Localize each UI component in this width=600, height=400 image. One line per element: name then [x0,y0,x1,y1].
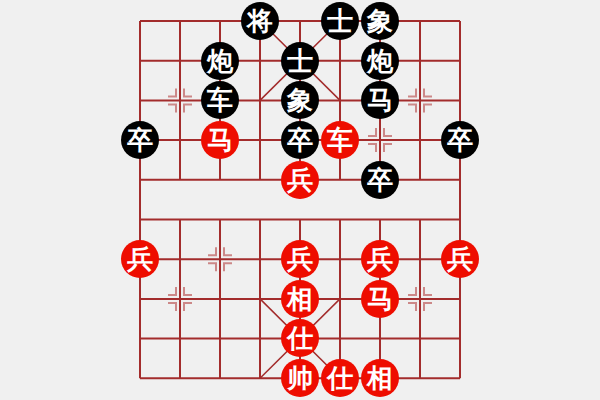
board-point: 马 [360,279,400,319]
board-point: 仕 [280,319,320,359]
black-cannon[interactable]: 炮 [201,42,239,80]
board-point: 炮 [200,41,240,81]
board-point: 象 [360,1,400,41]
xiangqi-app: 将士象炮士炮车象马卒马卒车卒兵卒兵兵兵兵相马仕帅仕相 [0,0,600,400]
black-soldier[interactable]: 卒 [121,121,159,159]
black-cannon[interactable]: 炮 [361,42,399,80]
board-point: 炮 [360,41,400,81]
black-soldier[interactable]: 卒 [361,161,399,199]
board-point: 兵 [360,239,400,279]
black-elephant[interactable]: 象 [361,2,399,40]
red-general[interactable]: 帅 [281,359,319,397]
board-point: 卒 [440,120,480,160]
board-point: 士 [320,1,360,41]
board-point: 车 [200,80,240,120]
black-advisor[interactable]: 士 [281,42,319,80]
xiangqi-board[interactable]: 将士象炮士炮车象马卒马卒车卒兵卒兵兵兵兵相马仕帅仕相 [120,1,480,398]
black-general[interactable]: 将 [241,2,279,40]
red-elephant[interactable]: 相 [361,359,399,397]
board-point: 卒 [360,160,400,200]
red-soldier[interactable]: 兵 [361,240,399,278]
board-point: 兵 [120,239,160,279]
board-point: 将 [240,1,280,41]
red-chariot[interactable]: 车 [321,121,359,159]
red-soldier[interactable]: 兵 [441,240,479,278]
red-horse[interactable]: 马 [361,280,399,318]
board-point: 卒 [280,120,320,160]
board-point: 兵 [280,239,320,279]
red-advisor[interactable]: 仕 [281,319,319,357]
board-point: 象 [280,80,320,120]
board-point: 兵 [440,239,480,279]
board-point: 卒 [120,120,160,160]
black-advisor[interactable]: 士 [321,2,359,40]
black-horse[interactable]: 马 [361,81,399,119]
board-point: 相 [360,358,400,398]
red-soldier[interactable]: 兵 [281,240,319,278]
red-soldier[interactable]: 兵 [281,161,319,199]
red-elephant[interactable]: 相 [281,280,319,318]
black-soldier[interactable]: 卒 [441,121,479,159]
board-point: 帅 [280,358,320,398]
red-soldier[interactable]: 兵 [121,240,159,278]
board-point: 车 [320,120,360,160]
black-elephant[interactable]: 象 [281,81,319,119]
board-point: 仕 [320,358,360,398]
black-soldier[interactable]: 卒 [281,121,319,159]
board-point: 相 [280,279,320,319]
red-advisor[interactable]: 仕 [321,359,359,397]
board-point: 士 [280,41,320,81]
board-point: 兵 [280,160,320,200]
red-horse[interactable]: 马 [201,121,239,159]
board-point: 马 [200,120,240,160]
board-point: 马 [360,80,400,120]
black-chariot[interactable]: 车 [201,81,239,119]
